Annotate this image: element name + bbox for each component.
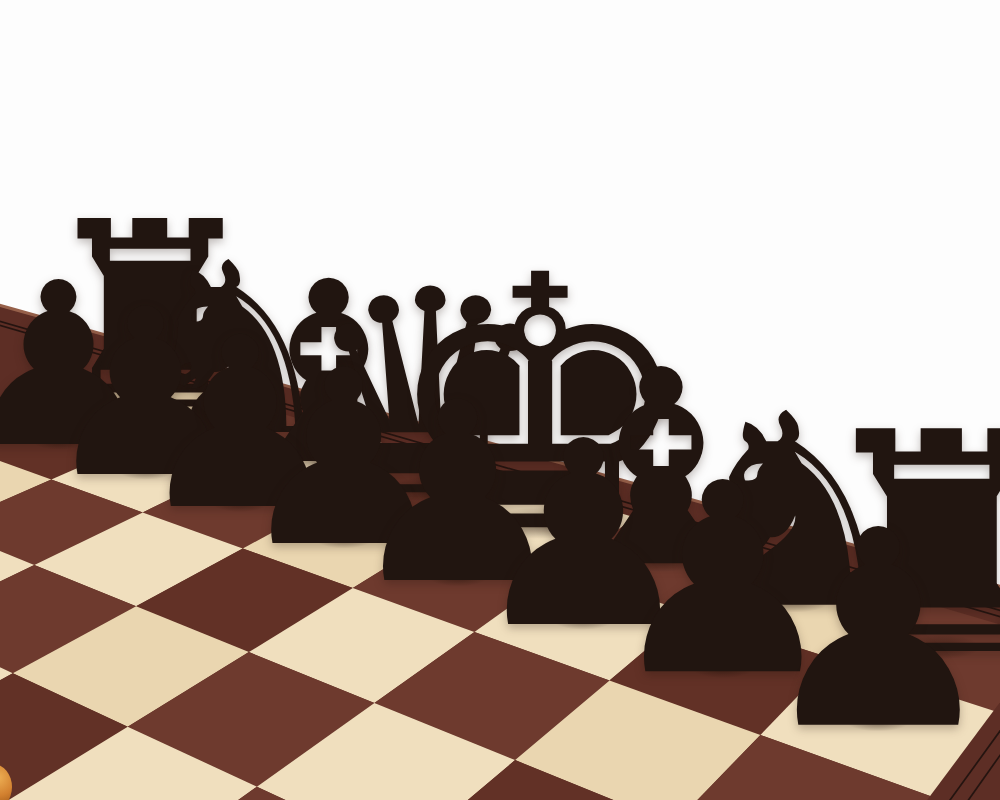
black-pawn-h7: ♟: [756, 494, 1000, 766]
pieces-layer: ♜♞♝♛♚♝♞♜♟♟♟♟♟♟♟♟: [0, 0, 1000, 800]
chess-set-photo: ♜♞♝♛♚♝♞♜♟♟♟♟♟♟♟♟: [0, 0, 1000, 800]
